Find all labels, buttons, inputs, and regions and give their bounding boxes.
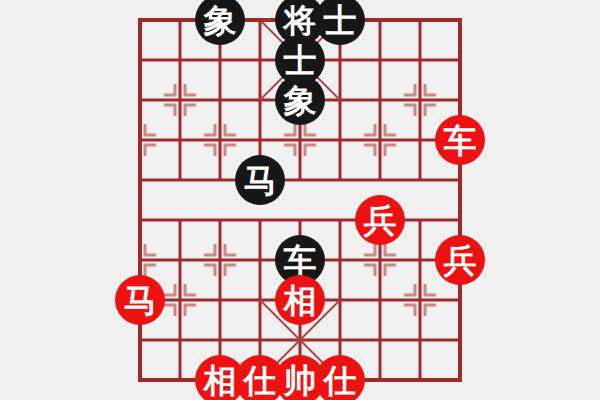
piece-glyph: 帅: [284, 364, 317, 397]
piece-red-horse[interactable]: 马: [115, 275, 165, 325]
piece-red-chariot[interactable]: 车: [435, 115, 485, 165]
piece-red-elephant-1[interactable]: 相: [275, 275, 325, 325]
piece-glyph: 士: [324, 4, 357, 37]
piece-black-horse[interactable]: 马: [235, 155, 285, 205]
piece-black-advisor-1[interactable]: 士: [315, 0, 365, 45]
piece-glyph: 相: [284, 284, 317, 317]
piece-glyph: 兵: [364, 204, 397, 237]
piece-glyph: 相: [204, 364, 237, 397]
piece-glyph: 将: [284, 4, 317, 37]
piece-glyph: 士: [284, 44, 317, 77]
xiangqi-board: 象将士士象车马兵车兵马相相仕帅仕: [0, 0, 600, 400]
piece-red-pawn-1[interactable]: 兵: [355, 195, 405, 245]
piece-layer: 象将士士象车马兵车兵马相相仕帅仕: [120, 0, 480, 400]
piece-glyph: 象: [204, 4, 237, 37]
piece-glyph: 车: [284, 244, 317, 277]
piece-black-elephant-1[interactable]: 象: [195, 0, 245, 45]
piece-glyph: 仕: [244, 364, 277, 397]
piece-glyph: 车: [444, 124, 477, 157]
piece-glyph: 仕: [324, 364, 357, 397]
piece-glyph: 马: [244, 164, 277, 197]
piece-black-elephant-2[interactable]: 象: [275, 75, 325, 125]
piece-glyph: 兵: [444, 244, 477, 277]
piece-red-advisor-2[interactable]: 仕: [315, 355, 365, 400]
piece-red-pawn-2[interactable]: 兵: [435, 235, 485, 285]
piece-glyph: 象: [284, 84, 317, 117]
piece-glyph: 马: [124, 284, 157, 317]
